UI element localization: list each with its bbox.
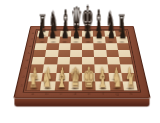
cell-b5	[45, 50, 58, 57]
board-pieces-layer: ♜♞♝♛♚♝♞♜♟♟♟♟♟♟♟♟♟♟♟♟♟♟♟♟♜♞♝♛♚♝♞♜	[26, 31, 137, 91]
cell-h5	[118, 50, 131, 57]
cell-g6	[105, 43, 118, 50]
cell-g5	[106, 50, 119, 57]
cell-e1: ♚	[82, 81, 96, 90]
board-front-edge	[14, 98, 149, 106]
cell-e6	[82, 43, 94, 50]
cell-e5	[82, 50, 94, 57]
piece-white-knight-b1[interactable]: ♞	[33, 69, 61, 91]
file-label-d: d	[73, 93, 76, 97]
rank-label-7: 7	[30, 39, 33, 41]
piece-black-pawn-h7[interactable]: ♟	[112, 21, 133, 43]
cell-b1: ♞	[40, 81, 55, 90]
file-label-c: c	[59, 93, 62, 97]
piece-white-king-e1[interactable]: ♚	[75, 63, 103, 91]
cell-h6	[117, 43, 130, 50]
file-label-b: b	[45, 93, 49, 97]
rank-label-4: 4	[25, 59, 29, 62]
chess-photo-scene: ♜♞♝♛♚♝♞♜♟♟♟♟♟♟♟♟♟♟♟♟♟♟♟♟♜♞♝♛♚♝♞♜ abcdefg…	[0, 0, 160, 123]
file-label-f: f	[102, 93, 104, 97]
cell-g1: ♞	[109, 81, 124, 90]
rank-label-6: 6	[29, 45, 32, 47]
cell-c6	[58, 43, 70, 50]
chess-board: ♜♞♝♛♚♝♞♜♟♟♟♟♟♟♟♟♟♟♟♟♟♟♟♟♜♞♝♛♚♝♞♜ abcdefg…	[13, 26, 151, 98]
cell-c5	[58, 50, 71, 57]
rank-label-5: 5	[27, 52, 30, 55]
cell-h7: ♟	[116, 37, 129, 43]
file-label-g: g	[115, 93, 119, 97]
piece-white-knight-g1[interactable]: ♞	[103, 69, 131, 91]
file-label-e: e	[87, 93, 90, 97]
file-label-h: h	[129, 93, 133, 97]
rank-label-8: 8	[31, 33, 34, 35]
cell-b6	[46, 43, 59, 50]
cell-d5	[70, 50, 82, 57]
cell-f5	[94, 50, 107, 57]
cell-d6	[70, 43, 82, 50]
file-label-a: a	[31, 93, 35, 97]
cell-f6	[94, 43, 106, 50]
